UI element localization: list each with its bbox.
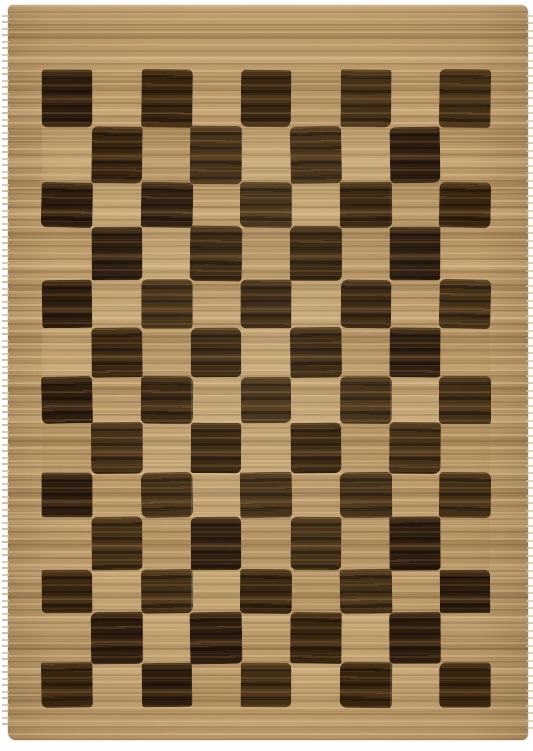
dark-square [240,569,292,614]
light-square [191,473,241,517]
light-square [241,423,291,473]
dark-square [241,663,292,708]
light-square [142,127,192,183]
light-square [440,127,490,183]
dark-square [290,126,342,185]
light-square [241,227,291,280]
light-square [191,70,241,127]
light-square [390,70,440,127]
rug-fringe-left [2,15,9,730]
light-square [291,663,341,707]
light-square [191,570,241,613]
dark-square [191,517,242,571]
dark-square [390,612,442,664]
light-square [92,473,142,517]
dark-square [390,126,441,183]
dark-square [42,70,93,128]
light-square [291,473,341,517]
light-square [92,570,142,613]
dark-square [340,69,391,127]
dark-square [190,611,243,664]
light-square [92,377,142,423]
dark-square [190,225,243,281]
light-square [191,183,241,227]
light-square [142,613,192,663]
dark-square [41,376,93,424]
dark-square [339,662,392,709]
dark-square [141,569,193,614]
dark-square [91,422,143,474]
light-square [42,227,92,280]
light-square [291,70,341,127]
light-square [92,183,142,227]
dark-square [240,472,292,518]
photo-canvas [0,0,533,751]
dark-square [440,570,491,614]
light-square [390,377,440,423]
dark-square [140,472,192,518]
dark-square [339,182,391,228]
light-square [341,328,391,377]
light-square [42,613,92,663]
dark-square [91,226,142,280]
dark-square [241,70,292,128]
light-square [440,423,490,473]
dark-square [141,279,192,328]
light-square [341,127,391,183]
light-square [241,613,291,663]
dark-square [190,126,243,185]
light-square [191,377,241,423]
light-square [440,517,490,570]
dark-square [290,516,341,570]
dark-square [290,422,341,473]
light-square [291,183,341,227]
light-square [92,663,142,707]
light-square [142,517,192,570]
dark-square [439,279,491,329]
dark-square [191,328,242,378]
dark-square [439,182,491,228]
light-square [42,423,92,473]
light-square [341,227,391,280]
checkerboard [42,70,490,707]
dark-square [90,612,143,665]
dark-square [141,69,193,128]
dark-square [91,327,142,378]
checkered-rug [8,5,528,740]
light-square [291,280,341,328]
light-square [390,280,440,328]
dark-square [91,126,142,184]
light-square [440,227,490,280]
light-square [241,328,291,377]
light-square [341,517,391,570]
light-square [440,328,490,377]
dark-square [290,327,342,378]
dark-square [140,376,193,425]
dark-square [439,472,491,518]
dark-square [41,662,93,708]
dark-square [290,612,342,664]
dark-square [439,376,491,424]
dark-square [91,516,142,570]
dark-square [389,422,441,474]
light-square [191,663,241,707]
light-square [142,423,192,473]
dark-square [390,226,441,280]
light-square [142,227,192,280]
dark-square [41,182,93,228]
light-square [142,328,192,377]
light-square [42,328,92,377]
dark-square [439,662,490,707]
dark-square [191,423,242,474]
light-square [390,473,440,517]
dark-square [141,662,192,707]
dark-square [439,69,491,128]
light-square [390,183,440,227]
dark-square [240,279,291,328]
light-square [390,663,440,707]
light-square [92,70,142,127]
light-square [241,517,291,570]
light-square [42,127,92,183]
dark-square [140,182,192,228]
light-square [92,280,142,328]
light-square [241,127,291,183]
dark-square [339,569,392,615]
dark-square [42,280,93,329]
light-square [291,377,341,423]
light-square [440,613,490,663]
light-square [42,517,92,570]
light-square [291,570,341,613]
light-square [341,423,391,473]
dark-square [240,182,292,228]
dark-square [340,279,391,328]
dark-square [290,226,342,281]
dark-square [41,472,92,517]
light-square [390,570,440,613]
dark-square [340,376,392,424]
dark-square [241,377,291,423]
dark-square [339,472,392,519]
dark-square [390,516,441,571]
dark-square [390,327,441,377]
light-square [191,280,241,328]
light-square [341,613,391,663]
dark-square [41,569,92,613]
rug-fringe-right [526,15,533,730]
